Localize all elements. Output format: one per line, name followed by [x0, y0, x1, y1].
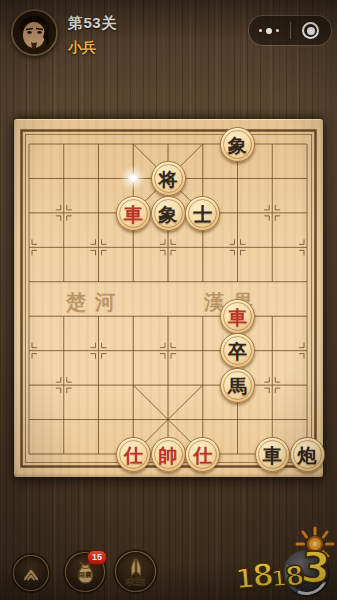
menu-button[interactable] [13, 555, 49, 591]
red-advisor[interactable]: 仕 [116, 437, 151, 472]
close-button[interactable] [291, 16, 332, 45]
piece-character: 士 [193, 204, 212, 223]
avatar [11, 9, 58, 56]
ask-help-button[interactable]: 求助 [115, 551, 156, 592]
chevron-up-icon [22, 566, 40, 581]
player-rank-label: 小兵 [68, 39, 117, 57]
piece-character: 仕 [124, 445, 143, 464]
piece-character: 象 [159, 204, 178, 223]
piece-character: 象 [228, 135, 247, 154]
black-cannon[interactable]: 炮 [290, 437, 325, 472]
hint-sparkle-icon [120, 165, 146, 191]
piece-character: 炮 [298, 445, 317, 464]
18183-watermark: 18183 [235, 524, 335, 598]
piece-character: 将 [159, 170, 178, 189]
more-button[interactable] [249, 16, 290, 45]
player-portrait-icon [13, 11, 56, 54]
black-horse[interactable]: 馬 [220, 368, 255, 403]
black-chariot[interactable]: 車 [255, 437, 290, 472]
piece-character: 馬 [228, 376, 247, 395]
ask-help-label: 求助 [116, 574, 155, 588]
piece-character: 車 [263, 445, 282, 464]
piece-character: 車 [228, 307, 247, 326]
piece-character: 卒 [228, 342, 247, 361]
black-advisor[interactable]: 士 [185, 196, 220, 231]
watermark-text: 18183 [234, 549, 330, 592]
sun-icon [289, 524, 335, 568]
red-chariot[interactable]: 車 [116, 196, 151, 231]
level-label: 第53关 [68, 14, 117, 33]
red-chariot[interactable]: 車 [220, 299, 255, 334]
piece-character: 車 [124, 204, 143, 223]
more-dots-icon [259, 29, 262, 32]
black-elephant[interactable]: 象 [151, 196, 186, 231]
xiangqi-board[interactable]: 楚河 漢界 象将車象士車卒馬仕帥仕車炮 [14, 119, 323, 477]
red-advisor[interactable]: 仕 [185, 437, 220, 472]
wechat-capsule [248, 15, 332, 46]
black-soldier[interactable]: 卒 [220, 333, 255, 368]
red-general[interactable]: 帥 [151, 437, 186, 472]
hint-bag-button[interactable]: 锦囊 15 [65, 552, 105, 592]
hint-count-badge: 15 [87, 550, 107, 565]
target-circle-icon [302, 22, 319, 39]
dark-sphere-icon [283, 550, 330, 597]
piece-character: 仕 [193, 445, 212, 464]
level-info: 第53关 小兵 [68, 14, 117, 57]
black-general[interactable]: 将 [151, 161, 186, 196]
piece-character: 帥 [159, 445, 178, 464]
piece-layer: 象将車象士車卒馬仕帥仕車炮 [12, 127, 325, 471]
black-elephant[interactable]: 象 [220, 127, 255, 162]
game-screen: 第53关 小兵 楚河 漢界 象将車象士車卒馬仕帥仕車炮 锦囊 15 [0, 0, 337, 600]
